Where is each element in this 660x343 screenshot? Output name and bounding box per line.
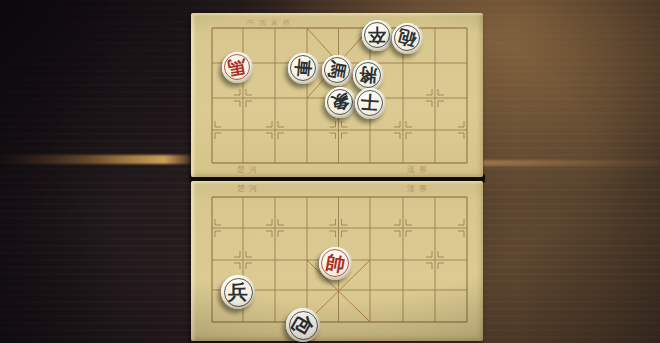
piece-black-chariot[interactable]: 車 [288, 53, 319, 84]
table-seam-highlight-right [483, 160, 660, 166]
piece-black-horse[interactable]: 馬 [322, 55, 353, 86]
piece-black-general[interactable]: 將 [353, 60, 384, 91]
piece-black-soldier-1[interactable]: 卒 [362, 20, 393, 51]
piece-red-general[interactable]: 帥 [319, 247, 352, 280]
piece-black-advisor[interactable]: 士 [355, 88, 386, 119]
red-horse-glyph: 馬 [227, 57, 248, 78]
black-cannon-1-glyph: 砲 [396, 27, 418, 49]
black-elephant-glyph: 象 [330, 92, 351, 113]
piece-red-horse[interactable]: 馬 [222, 52, 253, 83]
board-edge-print: 中國象棋 [247, 18, 295, 28]
black-soldier-2-glyph: 兵 [228, 282, 248, 302]
wooden-table: 中國象棋 楚河 漢界 楚河 漢界 馬車馬將卒砲象士帥兵包 [0, 0, 660, 343]
table-seam-highlight-left [0, 155, 191, 164]
river-label-han-lower: 漢界 [407, 183, 431, 194]
river-label-chu-lower: 楚河 [237, 183, 261, 194]
piece-black-soldier-2[interactable]: 兵 [221, 275, 255, 309]
black-soldier-1-glyph: 卒 [368, 26, 386, 44]
black-horse-glyph: 馬 [327, 60, 348, 81]
black-advisor-glyph: 士 [360, 93, 379, 112]
black-cannon-2-glyph: 包 [289, 311, 316, 338]
black-general-glyph: 將 [358, 65, 378, 85]
river-label-chu: 楚河 [237, 164, 261, 175]
black-chariot-glyph: 車 [293, 58, 313, 78]
piece-black-cannon-1[interactable]: 砲 [392, 23, 423, 54]
red-general-glyph: 帥 [324, 252, 346, 274]
piece-black-cannon-2[interactable]: 包 [286, 308, 320, 342]
piece-black-elephant[interactable]: 象 [325, 87, 356, 118]
river-label-han: 漢界 [407, 164, 431, 175]
